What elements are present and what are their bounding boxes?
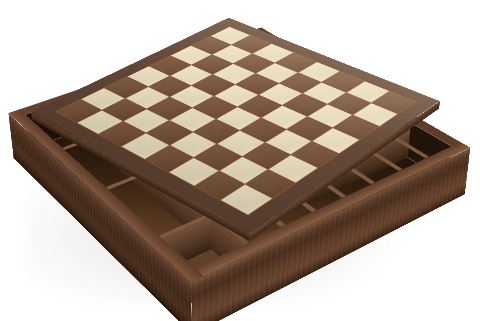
product-photo-scene [0,0,480,321]
stage [0,0,480,321]
